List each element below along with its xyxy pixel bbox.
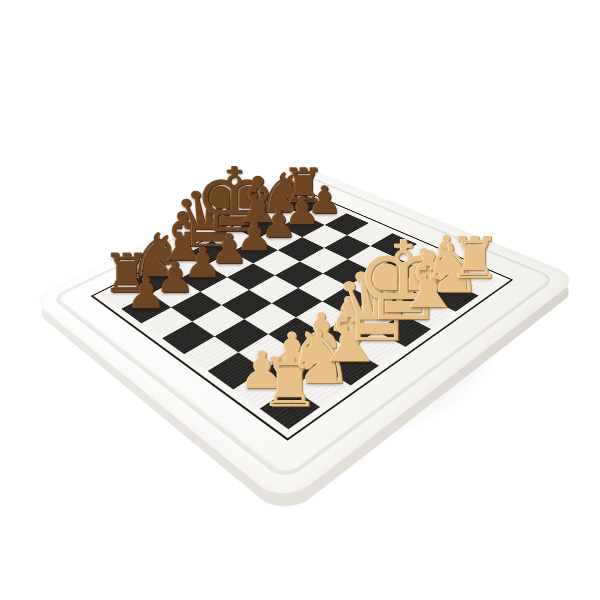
product-photo-scene: ♜♞♝♛♚♝♞♜♟♟♟♟♟♟♟♟♟♟♟♟♟♟♟♟♜♞♝♛♚♝♞♜: [0, 0, 600, 600]
board-frame: [30, 167, 580, 505]
chess-board-3d: [30, 167, 580, 505]
